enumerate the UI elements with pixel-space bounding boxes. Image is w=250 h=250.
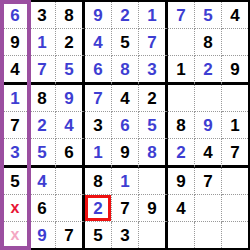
cell-r2c2[interactable]: 1: [29, 29, 56, 56]
cell-r4c1[interactable]: 1: [2, 85, 29, 112]
cell-r5c4[interactable]: 3: [85, 112, 112, 139]
cell-r9c3[interactable]: 7: [56, 222, 85, 248]
cell-r2c8[interactable]: 8: [195, 29, 222, 56]
cell-r9c2[interactable]: 9: [29, 222, 56, 248]
cell-r7c2[interactable]: 4: [29, 168, 56, 195]
cell-r6c7[interactable]: 2: [168, 139, 195, 168]
cell-r8c6[interactable]: 9: [139, 195, 168, 222]
cell-r7c7[interactable]: 9: [168, 168, 195, 195]
cell-r5c2[interactable]: 2: [29, 112, 56, 139]
cell-r5c1[interactable]: 7: [2, 112, 29, 139]
cell-r2c5[interactable]: 5: [112, 29, 139, 56]
cell-r1c1[interactable]: 6: [2, 2, 29, 29]
cell-r4c9[interactable]: [222, 85, 248, 112]
cell-r3c1[interactable]: 4: [2, 56, 29, 85]
cell-r8c7[interactable]: 4: [168, 195, 195, 222]
cell-r2c6[interactable]: 7: [139, 29, 168, 56]
cell-r1c8[interactable]: 5: [195, 2, 222, 29]
cell-r8c9[interactable]: [222, 195, 248, 222]
x-mark-pink-r9c1[interactable]: x: [2, 222, 29, 248]
sudoku-board: 6389217549124578475683129189742724365891…: [0, 0, 250, 250]
cell-r9c5[interactable]: 3: [112, 222, 139, 248]
cell-r9c4[interactable]: 5: [85, 222, 112, 248]
cell-r1c2[interactable]: 3: [29, 2, 56, 29]
cell-r7c1[interactable]: 5: [2, 168, 29, 195]
cell-r5c7[interactable]: 8: [168, 112, 195, 139]
cell-r4c6[interactable]: 2: [139, 85, 168, 112]
cell-r8c3[interactable]: [56, 195, 85, 222]
cell-r5c3[interactable]: 4: [56, 112, 85, 139]
cell-r6c9[interactable]: 7: [222, 139, 248, 168]
cell-r3c9[interactable]: 9: [222, 56, 248, 85]
cell-r4c7[interactable]: [168, 85, 195, 112]
cell-r5c8[interactable]: 9: [195, 112, 222, 139]
cell-r6c8[interactable]: 4: [195, 139, 222, 168]
cell-r4c2[interactable]: 8: [29, 85, 56, 112]
cell-r5c5[interactable]: 6: [112, 112, 139, 139]
cell-r7c4[interactable]: 8: [85, 168, 112, 195]
cell-r1c5[interactable]: 2: [112, 2, 139, 29]
sudoku-board-wrap: 6389217549124578475683129189742724365891…: [0, 0, 250, 250]
cell-r6c5[interactable]: 9: [112, 139, 139, 168]
cell-r5c9[interactable]: 1: [222, 112, 248, 139]
cell-r3c4[interactable]: 6: [85, 56, 112, 85]
cell-r3c5[interactable]: 8: [112, 56, 139, 85]
cell-r1c9[interactable]: 4: [222, 2, 248, 29]
cell-r5c6[interactable]: 5: [139, 112, 168, 139]
cell-r1c3[interactable]: 8: [56, 2, 85, 29]
cell-r6c2[interactable]: 5: [29, 139, 56, 168]
cell-r3c8[interactable]: 2: [195, 56, 222, 85]
cell-r2c7[interactable]: [168, 29, 195, 56]
cell-r2c3[interactable]: 2: [56, 29, 85, 56]
cell-r6c6[interactable]: 8: [139, 139, 168, 168]
cell-r9c9[interactable]: [222, 222, 248, 248]
x-mark-red-r8c1[interactable]: x: [2, 195, 29, 222]
cell-r8c2[interactable]: 6: [29, 195, 56, 222]
cell-r6c1[interactable]: 3: [2, 139, 29, 168]
cell-r8c8[interactable]: [195, 195, 222, 222]
cell-r9c7[interactable]: [168, 222, 195, 248]
cell-r8c4[interactable]: 2: [85, 195, 112, 222]
cell-r1c7[interactable]: 7: [168, 2, 195, 29]
cell-r2c9[interactable]: [222, 29, 248, 56]
cell-r3c7[interactable]: 1: [168, 56, 195, 85]
cell-r9c6[interactable]: [139, 222, 168, 248]
cell-r1c4[interactable]: 9: [85, 2, 112, 29]
cell-r7c3[interactable]: [56, 168, 85, 195]
cell-r6c4[interactable]: 1: [85, 139, 112, 168]
cell-r4c4[interactable]: 7: [85, 85, 112, 112]
cell-r7c5[interactable]: 1: [112, 168, 139, 195]
cell-r3c2[interactable]: 7: [29, 56, 56, 85]
cell-r3c3[interactable]: 5: [56, 56, 85, 85]
cell-r2c4[interactable]: 4: [85, 29, 112, 56]
cell-r8c5[interactable]: 7: [112, 195, 139, 222]
cell-r7c9[interactable]: [222, 168, 248, 195]
cell-r4c8[interactable]: [195, 85, 222, 112]
cell-r7c8[interactable]: 7: [195, 168, 222, 195]
cell-r6c3[interactable]: 6: [56, 139, 85, 168]
cell-r1c6[interactable]: 1: [139, 2, 168, 29]
cell-r7c6[interactable]: [139, 168, 168, 195]
cell-r4c5[interactable]: 4: [112, 85, 139, 112]
cell-r2c1[interactable]: 9: [2, 29, 29, 56]
cell-r9c8[interactable]: [195, 222, 222, 248]
cell-r4c3[interactable]: 9: [56, 85, 85, 112]
cell-r3c6[interactable]: 3: [139, 56, 168, 85]
